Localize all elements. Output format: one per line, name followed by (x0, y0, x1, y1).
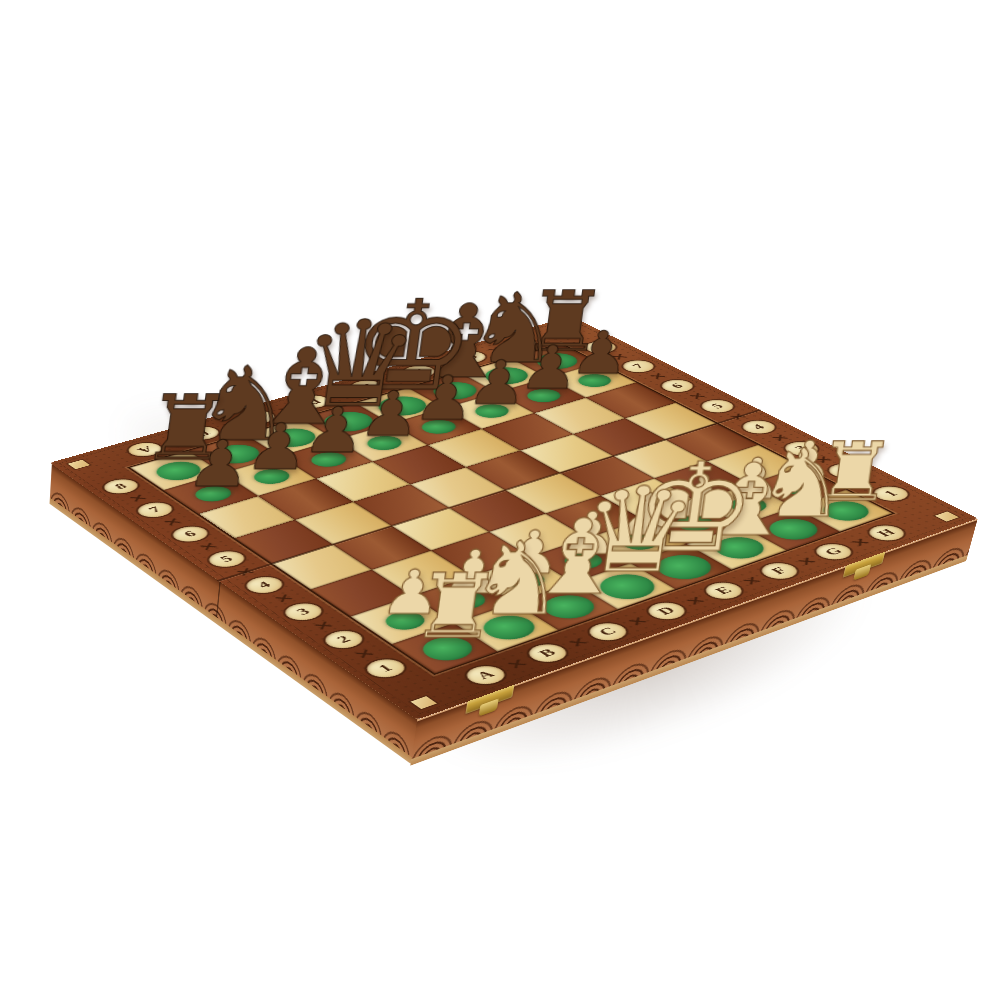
rank-label-left-5: 5 (203, 548, 251, 570)
scene: ♜♞♝♛♚♝♞♜♟♟♟♟♟♟♟♟♟♟♟♟♟♟♟♟♜♞♝♛♚♝♞♜ABCDEFGH… (0, 0, 1000, 1000)
scroll-ornament: ✕ (264, 589, 303, 607)
scroll-ornament: ✕ (787, 553, 826, 570)
rank-label-left-4: 4 (240, 574, 289, 596)
chess-board: ♜♞♝♛♚♝♞♜♟♟♟♟♟♟♟♟♟♟♟♟♟♟♟♟♜♞♝♛♚♝♞♜ABCDEFGH… (50, 316, 978, 720)
scroll-ornament: ✕ (675, 592, 715, 610)
rank-label-left-1: 1 (360, 656, 412, 681)
rank-label-left-7: 7 (132, 500, 178, 520)
scroll-ornament: ✕ (617, 612, 657, 631)
scroll-ornament: ✕ (732, 572, 772, 590)
scroll-ornament: ✕ (558, 633, 599, 652)
rank-label-left-6: 6 (167, 524, 214, 545)
scroll-ornament: ✕ (154, 514, 191, 530)
white-rook[interactable]: ♜ (352, 562, 560, 651)
square-a7[interactable]: ♟ (164, 473, 258, 514)
product-photo-canvas: ♜♞♝♛♚♝♞♜♟♟♟♟♟♟♟♟♟♟♟♟♟♟♟♟♜♞♝♛♚♝♞♜ABCDEFGH… (0, 0, 1000, 1000)
scroll-ornament: ✕ (496, 654, 537, 674)
black-pawn[interactable]: ♟ (127, 432, 312, 496)
scroll-ornament: ✕ (189, 538, 227, 555)
scroll-ornament: ✕ (841, 534, 880, 551)
fold-seam-side (215, 581, 220, 624)
file-label-near-a: A (460, 663, 512, 688)
